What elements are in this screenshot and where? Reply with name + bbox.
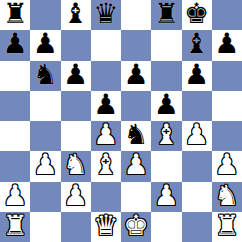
square-h2[interactable]: ♞: [212, 182, 242, 212]
square-b7[interactable]: ♟: [30, 30, 60, 60]
square-c8[interactable]: ♝: [61, 0, 91, 30]
square-d2[interactable]: [91, 182, 121, 212]
square-d7[interactable]: [91, 30, 121, 60]
square-f7[interactable]: [151, 30, 181, 60]
black-pawn-piece: ♟: [63, 61, 88, 89]
black-pawn-piece: ♟: [33, 30, 58, 58]
square-g7[interactable]: ♝: [182, 30, 212, 60]
square-a6[interactable]: [0, 61, 30, 91]
black-rook-piece: ♜: [154, 0, 179, 28]
square-e8[interactable]: [121, 0, 151, 30]
square-e7[interactable]: [121, 30, 151, 60]
square-g2[interactable]: [182, 182, 212, 212]
white-pawn-piece: ♟: [214, 151, 239, 179]
square-f1[interactable]: [151, 212, 181, 242]
square-g4[interactable]: ♟: [182, 121, 212, 151]
square-g6[interactable]: ♟: [182, 61, 212, 91]
square-c4[interactable]: [61, 121, 91, 151]
black-pawn-piece: ♟: [184, 61, 209, 89]
square-e1[interactable]: ♚: [121, 212, 151, 242]
black-queen-piece: ♛: [93, 0, 118, 28]
white-bishop-piece: ♝: [93, 151, 118, 179]
square-c3[interactable]: ♞: [61, 151, 91, 181]
square-e2[interactable]: [121, 182, 151, 212]
black-pawn-piece: ♟: [93, 91, 118, 119]
square-c1[interactable]: [61, 212, 91, 242]
square-h1[interactable]: ♜: [212, 212, 242, 242]
white-knight-piece: ♞: [214, 182, 239, 210]
square-b6[interactable]: ♞: [30, 61, 60, 91]
square-b2[interactable]: [30, 182, 60, 212]
black-bishop-piece: ♝: [63, 0, 88, 28]
square-f8[interactable]: ♜: [151, 0, 181, 30]
square-a1[interactable]: ♜: [0, 212, 30, 242]
square-b4[interactable]: [30, 121, 60, 151]
white-pawn-piece: ♟: [33, 151, 58, 179]
square-h7[interactable]: ♟: [212, 30, 242, 60]
square-f3[interactable]: [151, 151, 181, 181]
white-queen-piece: ♛: [93, 212, 118, 240]
square-b8[interactable]: [30, 0, 60, 30]
square-d3[interactable]: ♝: [91, 151, 121, 181]
square-a3[interactable]: [0, 151, 30, 181]
square-e5[interactable]: [121, 91, 151, 121]
white-knight-piece: ♞: [63, 151, 88, 179]
black-knight-piece: ♞: [124, 121, 149, 149]
square-g3[interactable]: [182, 151, 212, 181]
white-rook-piece: ♜: [3, 212, 28, 240]
white-king-piece: ♚: [124, 212, 149, 240]
white-pawn-piece: ♟: [184, 121, 209, 149]
square-a2[interactable]: ♟: [0, 182, 30, 212]
square-d5[interactable]: ♟: [91, 91, 121, 121]
white-pawn-piece: ♟: [93, 121, 118, 149]
square-g1[interactable]: [182, 212, 212, 242]
black-bishop-piece: ♝: [184, 30, 209, 58]
black-knight-piece: ♞: [33, 61, 58, 89]
chess-board: ♜♝♛♜♚♟♟♝♟♞♟♟♟♟♟♟♞♝♟♟♞♝♟♟♟♟♟♞♜♛♚♜: [0, 0, 242, 242]
square-c5[interactable]: [61, 91, 91, 121]
square-g8[interactable]: ♚: [182, 0, 212, 30]
black-pawn-piece: ♟: [154, 91, 179, 119]
square-h8[interactable]: [212, 0, 242, 30]
square-f6[interactable]: [151, 61, 181, 91]
square-c7[interactable]: [61, 30, 91, 60]
square-f5[interactable]: ♟: [151, 91, 181, 121]
white-pawn-piece: ♟: [124, 151, 149, 179]
square-c6[interactable]: ♟: [61, 61, 91, 91]
square-e3[interactable]: ♟: [121, 151, 151, 181]
white-bishop-piece: ♝: [154, 121, 179, 149]
square-d8[interactable]: ♛: [91, 0, 121, 30]
square-d4[interactable]: ♟: [91, 121, 121, 151]
square-b3[interactable]: ♟: [30, 151, 60, 181]
square-a8[interactable]: ♜: [0, 0, 30, 30]
square-a7[interactable]: ♟: [0, 30, 30, 60]
square-b1[interactable]: [30, 212, 60, 242]
square-h4[interactable]: [212, 121, 242, 151]
square-a4[interactable]: [0, 121, 30, 151]
white-rook-piece: ♜: [214, 212, 239, 240]
square-b5[interactable]: [30, 91, 60, 121]
white-pawn-piece: ♟: [3, 182, 28, 210]
black-pawn-piece: ♟: [124, 61, 149, 89]
square-h3[interactable]: ♟: [212, 151, 242, 181]
square-a5[interactable]: [0, 91, 30, 121]
white-pawn-piece: ♟: [63, 182, 88, 210]
square-f2[interactable]: ♟: [151, 182, 181, 212]
black-king-piece: ♚: [184, 0, 209, 28]
square-g5[interactable]: [182, 91, 212, 121]
square-c2[interactable]: ♟: [61, 182, 91, 212]
square-d1[interactable]: ♛: [91, 212, 121, 242]
square-f4[interactable]: ♝: [151, 121, 181, 151]
black-rook-piece: ♜: [3, 0, 28, 28]
black-pawn-piece: ♟: [3, 30, 28, 58]
square-d6[interactable]: [91, 61, 121, 91]
square-h5[interactable]: [212, 91, 242, 121]
square-e6[interactable]: ♟: [121, 61, 151, 91]
white-pawn-piece: ♟: [154, 182, 179, 210]
black-pawn-piece: ♟: [214, 30, 239, 58]
square-h6[interactable]: [212, 61, 242, 91]
square-e4[interactable]: ♞: [121, 121, 151, 151]
